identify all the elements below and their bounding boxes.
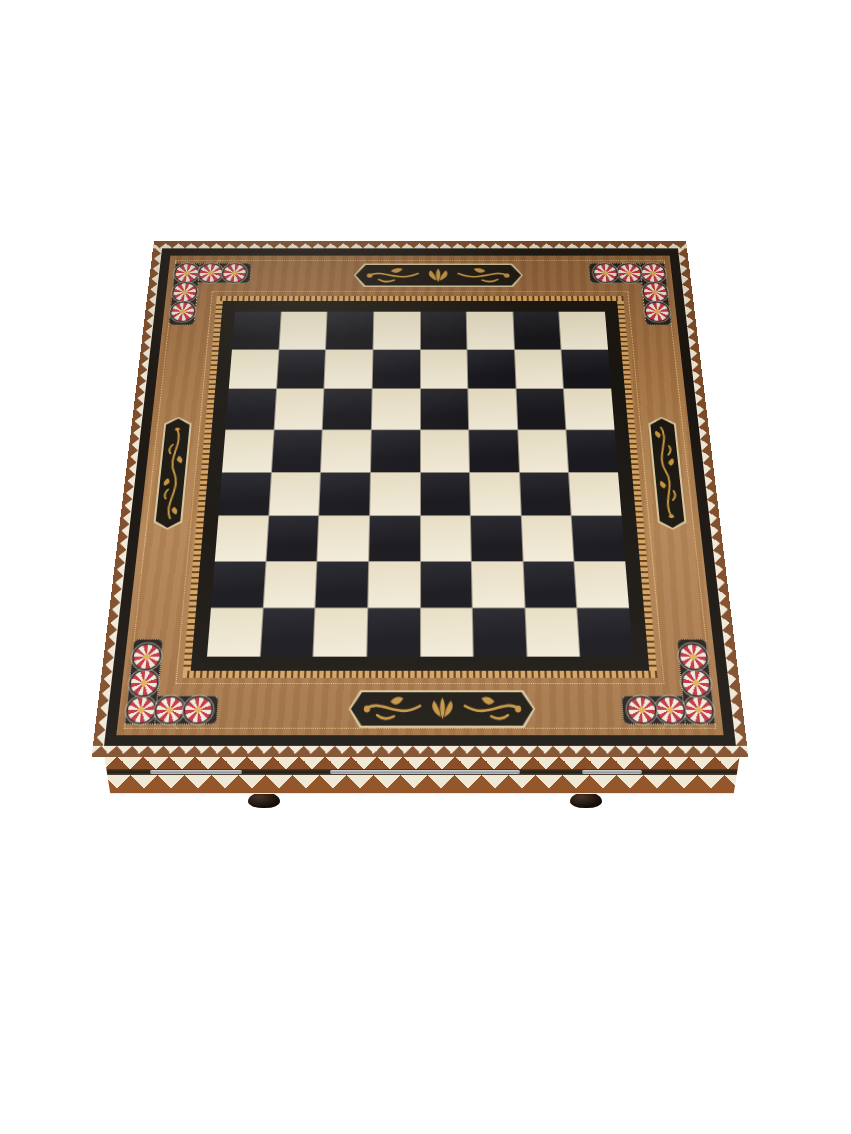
floral-cartouche-top xyxy=(353,264,523,287)
square-c4 xyxy=(319,472,369,515)
rosette-cluster-bottom-right xyxy=(617,639,716,725)
floral-cartouche-left xyxy=(153,417,192,530)
square-e8 xyxy=(420,312,466,349)
bead-border-bottom xyxy=(182,671,657,678)
square-g7 xyxy=(515,350,564,389)
square-g6 xyxy=(516,389,565,429)
table-foot-right xyxy=(570,792,602,808)
square-b7 xyxy=(277,350,326,389)
square-f7 xyxy=(468,350,516,389)
square-c5 xyxy=(321,430,370,471)
square-e6 xyxy=(420,389,468,429)
square-c1 xyxy=(314,609,367,657)
floral-scroll-icon xyxy=(362,266,515,284)
side-triangle-mosaic-lower xyxy=(104,775,740,793)
square-d2 xyxy=(368,562,419,608)
square-a3 xyxy=(215,516,268,560)
rosette-icon xyxy=(618,264,642,282)
square-e1 xyxy=(421,609,473,657)
square-f1 xyxy=(473,609,526,657)
square-a7 xyxy=(229,350,278,389)
floral-scroll-icon xyxy=(358,694,527,723)
square-g4 xyxy=(520,472,571,515)
square-e5 xyxy=(420,430,469,471)
square-f5 xyxy=(469,430,518,471)
square-d5 xyxy=(371,430,420,471)
sawtooth-band-top xyxy=(153,241,687,248)
square-c2 xyxy=(316,562,368,608)
rosette-icon xyxy=(594,264,617,282)
floral-cartouche-right xyxy=(648,417,687,530)
square-g1 xyxy=(525,609,579,657)
square-h7 xyxy=(562,350,611,389)
square-e3 xyxy=(421,516,471,560)
square-b6 xyxy=(274,389,323,429)
checkerboard-field xyxy=(207,312,633,657)
square-f4 xyxy=(470,472,520,515)
rosette-cluster-bottom-left xyxy=(124,639,223,725)
square-g8 xyxy=(513,312,561,349)
square-h4 xyxy=(569,472,621,515)
square-d3 xyxy=(369,516,419,560)
square-f6 xyxy=(468,389,517,429)
square-d1 xyxy=(367,609,419,657)
square-d6 xyxy=(372,389,420,429)
square-d4 xyxy=(370,472,419,515)
square-a2 xyxy=(211,562,265,608)
square-c8 xyxy=(326,312,373,349)
square-b3 xyxy=(266,516,318,560)
square-c7 xyxy=(325,350,373,389)
square-e2 xyxy=(421,562,472,608)
hinge-icon xyxy=(330,770,520,774)
square-h3 xyxy=(572,516,625,560)
square-h2 xyxy=(575,562,629,608)
square-b8 xyxy=(279,312,327,349)
square-g2 xyxy=(523,562,576,608)
square-a5 xyxy=(222,430,273,471)
hinge-icon xyxy=(582,770,642,774)
chess-board xyxy=(92,241,749,756)
chess-board-perspective-wrapper xyxy=(126,178,714,766)
square-b2 xyxy=(263,562,316,608)
square-h6 xyxy=(564,389,614,429)
square-f3 xyxy=(471,516,522,560)
square-f8 xyxy=(467,312,514,349)
square-b4 xyxy=(269,472,320,515)
square-a4 xyxy=(218,472,270,515)
square-d7 xyxy=(373,350,420,389)
scene xyxy=(0,0,851,1134)
square-e4 xyxy=(421,472,470,515)
square-g5 xyxy=(518,430,568,471)
square-d8 xyxy=(373,312,419,349)
square-f2 xyxy=(472,562,524,608)
square-b5 xyxy=(272,430,322,471)
rosette-cluster-top-right xyxy=(588,263,672,326)
rosette-cluster-top-left xyxy=(168,263,252,326)
sawtooth-band-bottom xyxy=(92,746,749,757)
square-a6 xyxy=(225,389,275,429)
square-e7 xyxy=(420,350,467,389)
square-h5 xyxy=(567,430,618,471)
hinge-icon xyxy=(150,770,242,774)
square-g3 xyxy=(522,516,574,560)
square-b1 xyxy=(260,609,314,657)
square-c3 xyxy=(318,516,369,560)
square-c6 xyxy=(323,389,372,429)
table-foot-left xyxy=(248,792,280,808)
floral-cartouche-bottom xyxy=(348,690,536,728)
